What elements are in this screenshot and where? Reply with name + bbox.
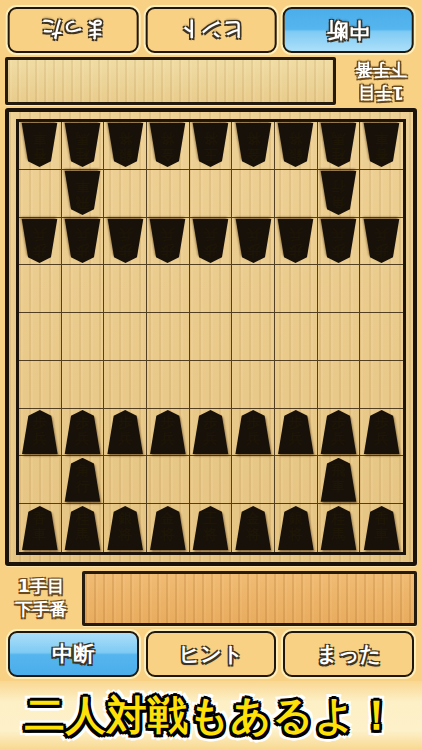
koma-kanji: 銀将 xyxy=(107,506,144,550)
board-cell[interactable] xyxy=(147,361,190,409)
board-cell[interactable]: 銀将 xyxy=(275,504,318,552)
board-cell[interactable] xyxy=(19,313,62,361)
koma-kanji: 歩兵 xyxy=(320,410,357,454)
interrupt-button[interactable]: 中断 xyxy=(8,631,139,677)
hint-button[interactable]: ヒント xyxy=(146,631,277,677)
koma-kanji: 金将 xyxy=(149,123,186,167)
board-cell[interactable] xyxy=(318,265,361,313)
koma-歩兵[interactable]: 歩兵 xyxy=(21,219,58,263)
board-cell[interactable]: 歩兵 xyxy=(62,218,105,266)
board-cell[interactable]: 金将 xyxy=(232,504,275,552)
board-cell[interactable] xyxy=(19,170,62,218)
board-cell[interactable] xyxy=(275,361,318,409)
board-cell[interactable] xyxy=(232,456,275,504)
koma-歩兵[interactable]: 歩兵 xyxy=(235,219,272,263)
koma-kanji: 歩兵 xyxy=(277,219,314,263)
koma-歩兵[interactable]: 歩兵 xyxy=(363,410,400,454)
koma-kanji: 桂馬 xyxy=(320,123,357,167)
board-cell[interactable]: 銀将 xyxy=(104,122,147,170)
koma-角行[interactable]: 角行 xyxy=(64,458,101,502)
board-cell[interactable] xyxy=(275,265,318,313)
board-cell[interactable] xyxy=(147,170,190,218)
board-cell[interactable] xyxy=(104,313,147,361)
bottom-status: 1手目 下手番 xyxy=(0,573,82,623)
board-cell[interactable]: 飛車 xyxy=(318,456,361,504)
board-cell[interactable] xyxy=(147,313,190,361)
koma-kanji: 歩兵 xyxy=(21,410,58,454)
board-cell[interactable] xyxy=(104,265,147,313)
top-status: 1手目 下手番 xyxy=(342,57,420,105)
ad-banner-text: 二人対戦もあるよ！ xyxy=(25,688,398,743)
board-cell[interactable]: 桂馬 xyxy=(318,504,361,552)
koma-歩兵[interactable]: 歩兵 xyxy=(64,219,101,263)
board-cell[interactable] xyxy=(62,313,105,361)
board-cell[interactable] xyxy=(275,313,318,361)
koma-kanji: 玉将 xyxy=(192,123,229,167)
board-cell[interactable] xyxy=(232,265,275,313)
board-cell[interactable]: 香車 xyxy=(19,122,62,170)
board-cell[interactable] xyxy=(190,170,233,218)
koma-kanji: 王将 xyxy=(192,506,229,550)
koma-桂馬[interactable]: 桂馬 xyxy=(320,123,357,167)
koma-kanji: 歩兵 xyxy=(64,219,101,263)
koma-歩兵[interactable]: 歩兵 xyxy=(149,219,186,263)
board-cell[interactable]: 香車 xyxy=(360,504,403,552)
board-cell[interactable] xyxy=(62,361,105,409)
koma-歩兵[interactable]: 歩兵 xyxy=(235,410,272,454)
koma-kanji: 歩兵 xyxy=(21,219,58,263)
board-cell[interactable] xyxy=(190,361,233,409)
board-cell[interactable]: 香車 xyxy=(360,122,403,170)
board-cell[interactable]: 歩兵 xyxy=(147,409,190,457)
board-cell[interactable]: 歩兵 xyxy=(19,218,62,266)
koma-香車[interactable]: 香車 xyxy=(363,123,400,167)
top-status-turn: 下手番 xyxy=(342,58,420,81)
board-cell[interactable] xyxy=(360,361,403,409)
koma-銀将[interactable]: 銀将 xyxy=(277,123,314,167)
koma-kanji: 歩兵 xyxy=(149,219,186,263)
board-cell[interactable] xyxy=(190,265,233,313)
board-cell[interactable]: 歩兵 xyxy=(147,218,190,266)
koma-kanji: 金将 xyxy=(235,123,272,167)
board-cell[interactable] xyxy=(190,456,233,504)
board-cell[interactable] xyxy=(104,170,147,218)
koma-kanji: 桂馬 xyxy=(64,506,101,550)
koma-kanji: 歩兵 xyxy=(235,410,272,454)
koma-金将[interactable]: 金将 xyxy=(149,123,186,167)
koma-kanji: 金将 xyxy=(149,506,186,550)
koma-歩兵[interactable]: 歩兵 xyxy=(64,410,101,454)
board-cell[interactable] xyxy=(318,361,361,409)
board-cell[interactable]: 金将 xyxy=(147,504,190,552)
top-hint-button[interactable]: ヒント xyxy=(146,7,277,53)
koma-歩兵[interactable]: 歩兵 xyxy=(277,219,314,263)
koma-歩兵[interactable]: 歩兵 xyxy=(107,410,144,454)
koma-歩兵[interactable]: 歩兵 xyxy=(363,219,400,263)
board-cell[interactable] xyxy=(360,313,403,361)
board-cell[interactable]: 歩兵 xyxy=(318,409,361,457)
board-cell[interactable] xyxy=(104,456,147,504)
shogi-board: 香車桂馬銀将金将玉将金将銀将桂馬香車飛車角行歩兵歩兵歩兵歩兵歩兵歩兵歩兵歩兵歩兵… xyxy=(5,108,417,566)
koma-kanji: 歩兵 xyxy=(107,219,144,263)
koma-歩兵[interactable]: 歩兵 xyxy=(320,410,357,454)
bottom-message-bar xyxy=(82,571,417,626)
board-cell[interactable] xyxy=(232,361,275,409)
board-cell[interactable]: 王将 xyxy=(190,504,233,552)
koma-桂馬[interactable]: 桂馬 xyxy=(64,506,101,550)
board-cell[interactable] xyxy=(19,456,62,504)
koma-kanji: 香車 xyxy=(21,123,58,167)
koma-kanji: 銀将 xyxy=(277,123,314,167)
koma-歩兵[interactable]: 歩兵 xyxy=(192,219,229,263)
board-cell[interactable] xyxy=(318,313,361,361)
board-cell[interactable] xyxy=(360,456,403,504)
board-cell[interactable]: 歩兵 xyxy=(104,409,147,457)
koma-kanji: 飛車 xyxy=(64,171,101,215)
board-cell[interactable] xyxy=(19,361,62,409)
koma-金将[interactable]: 金将 xyxy=(235,123,272,167)
koma-銀将[interactable]: 銀将 xyxy=(107,123,144,167)
board-cell[interactable]: 金将 xyxy=(232,122,275,170)
koma-kanji: 角行 xyxy=(320,171,357,215)
koma-kanji: 歩兵 xyxy=(320,219,357,263)
koma-金将[interactable]: 金将 xyxy=(235,506,272,550)
board-cell[interactable]: 歩兵 xyxy=(275,218,318,266)
koma-飛車[interactable]: 飛車 xyxy=(320,458,357,502)
board-cell[interactable]: 金将 xyxy=(147,122,190,170)
board-cell[interactable]: 歩兵 xyxy=(275,409,318,457)
koma-桂馬[interactable]: 桂馬 xyxy=(320,506,357,550)
board-cell[interactable]: 歩兵 xyxy=(190,218,233,266)
board-cell[interactable] xyxy=(232,313,275,361)
koma-kanji: 歩兵 xyxy=(235,219,272,263)
top-message-bar xyxy=(5,57,336,105)
koma-kanji: 桂馬 xyxy=(64,123,101,167)
board-cell[interactable]: 歩兵 xyxy=(360,218,403,266)
koma-kanji: 桂馬 xyxy=(320,506,357,550)
koma-kanji: 香車 xyxy=(363,123,400,167)
board-cell[interactable] xyxy=(104,361,147,409)
koma-kanji: 銀将 xyxy=(107,123,144,167)
koma-kanji: 歩兵 xyxy=(363,410,400,454)
board-cell[interactable]: 銀将 xyxy=(275,122,318,170)
board-cell[interactable] xyxy=(232,170,275,218)
koma-kanji: 飛車 xyxy=(320,458,357,502)
matta-button[interactable]: まった xyxy=(283,631,414,677)
board-cell[interactable]: 桂馬 xyxy=(318,122,361,170)
koma-桂馬[interactable]: 桂馬 xyxy=(64,123,101,167)
top-status-move: 1手目 xyxy=(342,81,420,104)
top-button-row: まった ヒント 中断 xyxy=(8,7,414,53)
board-grid: 香車桂馬銀将金将玉将金将銀将桂馬香車飛車角行歩兵歩兵歩兵歩兵歩兵歩兵歩兵歩兵歩兵… xyxy=(16,119,406,555)
board-cell[interactable]: 香車 xyxy=(19,504,62,552)
koma-kanji: 香車 xyxy=(363,506,400,550)
board-cell[interactable]: 歩兵 xyxy=(62,409,105,457)
koma-kanji: 歩兵 xyxy=(64,410,101,454)
koma-歩兵[interactable]: 歩兵 xyxy=(277,410,314,454)
koma-玉将[interactable]: 玉将 xyxy=(192,123,229,167)
board-cell[interactable]: 角行 xyxy=(62,456,105,504)
board-cell[interactable]: 桂馬 xyxy=(62,504,105,552)
koma-銀将[interactable]: 銀将 xyxy=(107,506,144,550)
koma-歩兵[interactable]: 歩兵 xyxy=(107,219,144,263)
board-cell[interactable] xyxy=(19,265,62,313)
bottom-status-turn: 下手番 xyxy=(0,598,82,621)
ad-banner[interactable]: 二人対戦もあるよ！ xyxy=(0,681,422,750)
koma-飛車[interactable]: 飛車 xyxy=(64,171,101,215)
koma-kanji: 歩兵 xyxy=(277,410,314,454)
koma-kanji: 金将 xyxy=(235,506,272,550)
koma-銀将[interactable]: 銀将 xyxy=(277,506,314,550)
board-cell[interactable]: 玉将 xyxy=(190,122,233,170)
board-cell[interactable]: 歩兵 xyxy=(232,409,275,457)
board-cell[interactable]: 歩兵 xyxy=(104,218,147,266)
koma-王将[interactable]: 王将 xyxy=(192,506,229,550)
board-cell[interactable]: 歩兵 xyxy=(318,218,361,266)
bottom-button-row: 中断 ヒント まった xyxy=(8,631,414,677)
board-cell[interactable] xyxy=(147,265,190,313)
board-cell[interactable] xyxy=(62,265,105,313)
board-cell[interactable]: 銀将 xyxy=(104,504,147,552)
koma-歩兵[interactable]: 歩兵 xyxy=(21,410,58,454)
top-interrupt-button[interactable]: 中断 xyxy=(283,7,414,53)
board-cell[interactable]: 歩兵 xyxy=(360,409,403,457)
top-matta-button[interactable]: まった xyxy=(8,7,139,53)
board-cell[interactable] xyxy=(190,313,233,361)
bottom-status-move: 1手目 xyxy=(0,575,82,598)
board-cell[interactable]: 歩兵 xyxy=(190,409,233,457)
koma-歩兵[interactable]: 歩兵 xyxy=(192,410,229,454)
board-cell[interactable]: 桂馬 xyxy=(62,122,105,170)
koma-kanji: 歩兵 xyxy=(107,410,144,454)
board-cell[interactable] xyxy=(275,170,318,218)
koma-kanji: 香車 xyxy=(21,506,58,550)
board-cell[interactable] xyxy=(360,170,403,218)
koma-香車[interactable]: 香車 xyxy=(363,506,400,550)
koma-kanji: 銀将 xyxy=(277,506,314,550)
board-cell[interactable]: 歩兵 xyxy=(19,409,62,457)
koma-歩兵[interactable]: 歩兵 xyxy=(149,410,186,454)
koma-kanji: 歩兵 xyxy=(192,219,229,263)
koma-kanji: 歩兵 xyxy=(192,410,229,454)
board-cell[interactable]: 飛車 xyxy=(62,170,105,218)
koma-歩兵[interactable]: 歩兵 xyxy=(320,219,357,263)
board-cell[interactable] xyxy=(147,456,190,504)
board-cell[interactable] xyxy=(275,456,318,504)
koma-香車[interactable]: 香車 xyxy=(21,123,58,167)
board-cell[interactable]: 歩兵 xyxy=(232,218,275,266)
koma-kanji: 歩兵 xyxy=(363,219,400,263)
koma-kanji: 角行 xyxy=(64,458,101,502)
koma-香車[interactable]: 香車 xyxy=(21,506,58,550)
koma-角行[interactable]: 角行 xyxy=(320,171,357,215)
koma-kanji: 歩兵 xyxy=(149,410,186,454)
koma-金将[interactable]: 金将 xyxy=(149,506,186,550)
board-cell[interactable] xyxy=(360,265,403,313)
board-cell[interactable]: 角行 xyxy=(318,170,361,218)
